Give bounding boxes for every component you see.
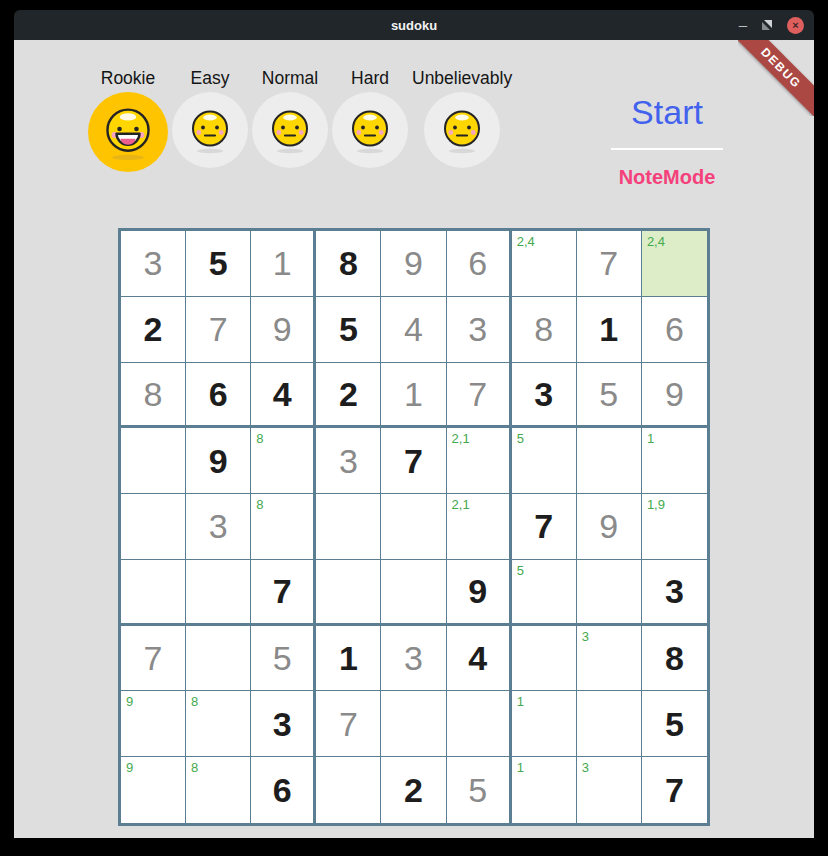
cell-r1c8[interactable]: 7 (577, 231, 642, 297)
filled-digit: 4 (404, 312, 423, 346)
note-digits: 8 (256, 497, 263, 512)
cell-r2c1[interactable]: 2 (121, 297, 186, 363)
difficulty-label: Normal (262, 68, 318, 89)
cell-r9c7[interactable]: 1 (512, 757, 577, 823)
difficulty-easy[interactable]: Easy (172, 68, 248, 168)
given-digit: 1 (599, 312, 618, 346)
cell-r9c8[interactable]: 3 (577, 757, 642, 823)
cell-r1c7[interactable]: 2,4 (512, 231, 577, 297)
cell-r3c6[interactable]: 7 (447, 363, 512, 429)
given-digit: 8 (665, 641, 684, 675)
cell-r4c5[interactable]: 7 (381, 428, 446, 494)
emoji-neutral-icon (172, 92, 248, 168)
note-digits: 3 (582, 629, 589, 644)
cell-r5c5[interactable] (381, 494, 446, 560)
cell-r7c8[interactable]: 3 (577, 626, 642, 692)
cell-r7c6[interactable]: 4 (447, 626, 512, 692)
note-digits: 2,4 (517, 234, 535, 249)
sudoku-board: 3518962,472,427954381686421735998372,151… (118, 228, 710, 826)
cell-r2c7[interactable]: 8 (512, 297, 577, 363)
note-digits: 2,1 (452, 431, 470, 446)
cell-r4c7[interactable]: 5 (512, 428, 577, 494)
note-digits: 9 (126, 694, 133, 709)
cell-r8c7[interactable]: 1 (512, 691, 577, 757)
filled-digit: 8 (144, 377, 163, 411)
cell-r1c5[interactable]: 9 (381, 231, 446, 297)
cell-r4c1[interactable] (121, 428, 186, 494)
given-digit: 4 (273, 377, 292, 411)
cell-r2c8[interactable]: 1 (577, 297, 642, 363)
main-content: RookieEasyNormalHardUnbelievably Start N… (14, 40, 814, 838)
cell-r7c5[interactable]: 3 (381, 626, 446, 692)
difficulty-rookie[interactable]: Rookie (88, 68, 168, 172)
cell-r5c2[interactable]: 3 (186, 494, 251, 560)
cell-r4c9[interactable]: 1 (642, 428, 707, 494)
cell-r4c3[interactable]: 8 (251, 428, 316, 494)
note-digits: 8 (191, 694, 198, 709)
cell-r9c6[interactable]: 5 (447, 757, 512, 823)
filled-digit: 9 (273, 312, 292, 346)
given-digit: 2 (404, 773, 423, 807)
given-digit: 6 (273, 773, 292, 807)
cell-r6c4[interactable] (316, 560, 381, 626)
filled-digit: 9 (404, 246, 423, 280)
filled-digit: 3 (339, 444, 358, 478)
cell-r6c6[interactable]: 9 (447, 560, 512, 626)
cell-r5c1[interactable] (121, 494, 186, 560)
cell-r5c9[interactable]: 1,9 (642, 494, 707, 560)
cell-r7c7[interactable] (512, 626, 577, 692)
filled-digit: 3 (468, 312, 487, 346)
filled-digit: 1 (404, 377, 423, 411)
given-digit: 7 (273, 574, 292, 608)
filled-digit: 9 (599, 509, 618, 543)
filled-digit: 1 (273, 246, 292, 280)
difficulty-label: Easy (191, 68, 230, 89)
maximize-icon[interactable] (762, 20, 772, 30)
cell-r5c4[interactable] (316, 494, 381, 560)
filled-digit: 5 (468, 773, 487, 807)
filled-digit: 7 (209, 312, 228, 346)
difficulty-label: Rookie (101, 68, 155, 89)
note-digits: 8 (256, 431, 263, 446)
filled-digit: 3 (209, 509, 228, 543)
cell-r3c8[interactable]: 5 (577, 363, 642, 429)
cell-r1c2[interactable]: 5 (186, 231, 251, 297)
cell-r8c6[interactable] (447, 691, 512, 757)
given-digit: 5 (665, 707, 684, 741)
cell-r9c5[interactable]: 2 (381, 757, 446, 823)
emoji-happy-icon (88, 92, 168, 172)
difficulty-hard[interactable]: Hard (332, 68, 408, 168)
given-digit: 4 (468, 641, 487, 675)
window-title: sudoku (391, 18, 437, 33)
cell-r3c1[interactable]: 8 (121, 363, 186, 429)
cell-r2c9[interactable]: 6 (642, 297, 707, 363)
cell-r8c1[interactable]: 9 (121, 691, 186, 757)
cell-r5c3[interactable]: 8 (251, 494, 316, 560)
given-digit: 6 (209, 377, 228, 411)
difficulty-label: Hard (351, 68, 389, 89)
note-digits: 5 (517, 563, 524, 578)
filled-digit: 9 (665, 377, 684, 411)
cell-r6c2[interactable] (186, 560, 251, 626)
note-digits: 9 (126, 760, 133, 775)
side-panel: Start NoteMode (592, 92, 742, 189)
cell-r7c9[interactable]: 8 (642, 626, 707, 692)
given-digit: 2 (144, 312, 163, 346)
filled-digit: 6 (665, 312, 684, 346)
cell-r8c2[interactable]: 8 (186, 691, 251, 757)
cell-r2c5[interactable]: 4 (381, 297, 446, 363)
emoji-neutral-icon (332, 92, 408, 168)
debug-corner: DEBUG (738, 40, 814, 116)
cell-r6c8[interactable] (577, 560, 642, 626)
difficulty-selector: RookieEasyNormalHardUnbelievably (88, 68, 512, 172)
given-digit: 8 (339, 246, 358, 280)
cell-r3c7[interactable]: 3 (512, 363, 577, 429)
cell-r5c7[interactable]: 7 (512, 494, 577, 560)
cell-r8c9[interactable]: 5 (642, 691, 707, 757)
cell-r4c8[interactable] (577, 428, 642, 494)
debug-ribbon: DEBUG (738, 40, 814, 116)
given-digit: 5 (339, 312, 358, 346)
note-digits: 2,4 (647, 234, 665, 249)
given-digit: 2 (339, 377, 358, 411)
cell-r9c2[interactable]: 8 (186, 757, 251, 823)
emoji-neutral-icon (424, 92, 500, 168)
given-digit: 9 (468, 574, 487, 608)
cell-r3c4[interactable]: 2 (316, 363, 381, 429)
cell-r1c1[interactable]: 3 (121, 231, 186, 297)
cell-r6c7[interactable]: 5 (512, 560, 577, 626)
cell-r3c5[interactable]: 1 (381, 363, 446, 429)
given-digit: 5 (209, 246, 228, 280)
given-digit: 7 (404, 444, 423, 478)
filled-digit: 7 (599, 246, 618, 280)
filled-digit: 6 (468, 246, 487, 280)
cell-r1c4[interactable]: 8 (316, 231, 381, 297)
cell-r4c4[interactable]: 3 (316, 428, 381, 494)
notemode-button[interactable]: NoteMode (592, 166, 742, 189)
cell-r8c5[interactable] (381, 691, 446, 757)
cell-r3c2[interactable]: 6 (186, 363, 251, 429)
cell-r6c1[interactable] (121, 560, 186, 626)
minimize-icon[interactable]: – (739, 20, 747, 30)
filled-digit: 3 (144, 246, 163, 280)
given-digit: 9 (209, 444, 228, 478)
cell-r9c1[interactable]: 9 (121, 757, 186, 823)
cell-r6c3[interactable]: 7 (251, 560, 316, 626)
filled-digit: 3 (404, 641, 423, 675)
given-digit: 3 (665, 574, 684, 608)
cell-r1c9[interactable]: 2,4 (642, 231, 707, 297)
note-digits: 1,9 (647, 497, 665, 512)
cell-r6c5[interactable] (381, 560, 446, 626)
cell-r2c6[interactable]: 3 (447, 297, 512, 363)
cell-r7c3[interactable]: 5 (251, 626, 316, 692)
filled-digit: 7 (339, 707, 358, 741)
difficulty-normal[interactable]: Normal (252, 68, 328, 168)
cell-r1c3[interactable]: 1 (251, 231, 316, 297)
filled-digit: 7 (468, 377, 487, 411)
filled-digit: 5 (273, 641, 292, 675)
cell-r7c4[interactable]: 1 (316, 626, 381, 692)
given-digit: 7 (534, 509, 553, 543)
cell-r2c4[interactable]: 5 (316, 297, 381, 363)
app-window: sudoku – × RookieEasyNormalHardUnbelieva… (14, 10, 814, 838)
given-digit: 3 (534, 377, 553, 411)
cell-r9c9[interactable]: 7 (642, 757, 707, 823)
window-controls: – × (739, 10, 804, 40)
cell-r5c6[interactable]: 2,1 (447, 494, 512, 560)
note-digits: 2,1 (452, 497, 470, 512)
difficulty-unbelievably[interactable]: Unbelievably (412, 68, 512, 168)
cell-r1c6[interactable]: 6 (447, 231, 512, 297)
close-icon[interactable]: × (787, 17, 804, 34)
cell-r9c3[interactable]: 6 (251, 757, 316, 823)
cell-r7c2[interactable] (186, 626, 251, 692)
note-digits: 1 (647, 431, 654, 446)
filled-digit: 5 (599, 377, 618, 411)
cell-r7c1[interactable]: 7 (121, 626, 186, 692)
cell-r4c6[interactable]: 2,1 (447, 428, 512, 494)
cell-r8c8[interactable] (577, 691, 642, 757)
note-digits: 1 (517, 760, 524, 775)
cell-r4c2[interactable]: 9 (186, 428, 251, 494)
cell-r6c9[interactable]: 3 (642, 560, 707, 626)
cell-r8c4[interactable]: 7 (316, 691, 381, 757)
cell-r2c2[interactable]: 7 (186, 297, 251, 363)
titlebar: sudoku – × (14, 10, 814, 40)
panel-divider (611, 148, 723, 150)
cell-r5c8[interactable]: 9 (577, 494, 642, 560)
emoji-neutral-icon (252, 92, 328, 168)
note-digits: 3 (582, 760, 589, 775)
note-digits: 1 (517, 694, 524, 709)
cell-r9c4[interactable] (316, 757, 381, 823)
difficulty-label: Unbelievably (412, 68, 512, 89)
filled-digit: 8 (534, 312, 553, 346)
given-digit: 3 (273, 707, 292, 741)
given-digit: 7 (665, 773, 684, 807)
start-button[interactable]: Start (592, 92, 742, 132)
given-digit: 1 (339, 641, 358, 675)
note-digits: 8 (191, 760, 198, 775)
note-digits: 5 (517, 431, 524, 446)
cell-r2c3[interactable]: 9 (251, 297, 316, 363)
cell-r3c3[interactable]: 4 (251, 363, 316, 429)
cell-r3c9[interactable]: 9 (642, 363, 707, 429)
cell-r8c3[interactable]: 3 (251, 691, 316, 757)
filled-digit: 7 (144, 641, 163, 675)
